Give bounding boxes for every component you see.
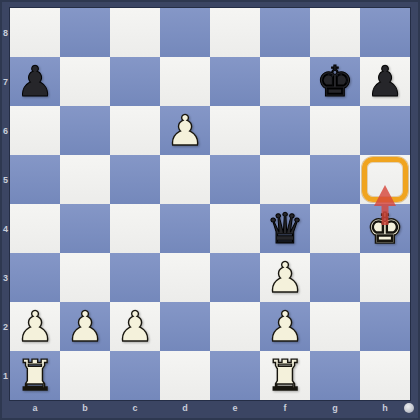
square-c4[interactable] xyxy=(110,204,160,253)
square-g2[interactable] xyxy=(310,302,360,351)
side-to-move-indicator xyxy=(404,403,414,413)
square-g8[interactable] xyxy=(310,8,360,57)
file-label-f: f xyxy=(260,400,310,416)
piece-wP-f3[interactable]: ♟ xyxy=(266,257,304,299)
square-e2[interactable] xyxy=(210,302,260,351)
rank-label-1: 1 xyxy=(0,351,11,400)
square-e4[interactable] xyxy=(210,204,260,253)
square-f2[interactable]: ♟ xyxy=(260,302,310,351)
square-d4[interactable] xyxy=(160,204,210,253)
square-h8[interactable] xyxy=(360,8,410,57)
square-b5[interactable] xyxy=(60,155,110,204)
square-b8[interactable] xyxy=(60,8,110,57)
file-label-h: h xyxy=(360,400,410,416)
square-c3[interactable] xyxy=(110,253,160,302)
piece-wP-d6[interactable]: ♟ xyxy=(166,110,204,152)
piece-bQ-f4[interactable]: ♛ xyxy=(266,208,304,250)
square-d5[interactable] xyxy=(160,155,210,204)
square-e5[interactable] xyxy=(210,155,260,204)
square-e3[interactable] xyxy=(210,253,260,302)
square-d1[interactable] xyxy=(160,351,210,400)
square-c1[interactable] xyxy=(110,351,160,400)
square-g7[interactable]: ♚ xyxy=(310,57,360,106)
square-g3[interactable] xyxy=(310,253,360,302)
square-h5[interactable] xyxy=(360,155,410,204)
square-e1[interactable] xyxy=(210,351,260,400)
rank-label-2: 2 xyxy=(0,302,11,351)
piece-bP-h7[interactable]: ♟ xyxy=(366,61,404,103)
square-d6[interactable]: ♟ xyxy=(160,106,210,155)
square-b7[interactable] xyxy=(60,57,110,106)
square-c8[interactable] xyxy=(110,8,160,57)
square-f1[interactable]: ♜ xyxy=(260,351,310,400)
square-f5[interactable] xyxy=(260,155,310,204)
file-label-e: e xyxy=(210,400,260,416)
square-b3[interactable] xyxy=(60,253,110,302)
piece-wK-h4[interactable]: ♚ xyxy=(366,208,404,250)
square-f3[interactable]: ♟ xyxy=(260,253,310,302)
square-b1[interactable] xyxy=(60,351,110,400)
square-h7[interactable]: ♟ xyxy=(360,57,410,106)
square-b4[interactable] xyxy=(60,204,110,253)
piece-wP-b2[interactable]: ♟ xyxy=(66,306,104,348)
rank-label-6: 6 xyxy=(0,106,11,155)
piece-wP-c2[interactable]: ♟ xyxy=(116,306,154,348)
square-d8[interactable] xyxy=(160,8,210,57)
square-h6[interactable] xyxy=(360,106,410,155)
piece-wR-a1[interactable]: ♜ xyxy=(16,355,54,397)
square-a8[interactable] xyxy=(10,8,60,57)
square-f6[interactable] xyxy=(260,106,310,155)
file-label-b: b xyxy=(60,400,110,416)
square-a1[interactable]: ♜ xyxy=(10,351,60,400)
board: ♟♚♟♟♛♚♟♟♟♟♟♜♜ xyxy=(10,8,410,400)
square-g5[interactable] xyxy=(310,155,360,204)
rank-label-7: 7 xyxy=(0,57,11,106)
square-h1[interactable] xyxy=(360,351,410,400)
square-a3[interactable] xyxy=(10,253,60,302)
square-e7[interactable] xyxy=(210,57,260,106)
file-label-c: c xyxy=(110,400,160,416)
square-a7[interactable]: ♟ xyxy=(10,57,60,106)
file-label-g: g xyxy=(310,400,360,416)
square-g1[interactable] xyxy=(310,351,360,400)
rank-label-3: 3 xyxy=(0,253,11,302)
file-label-d: d xyxy=(160,400,210,416)
square-a2[interactable]: ♟ xyxy=(10,302,60,351)
square-e6[interactable] xyxy=(210,106,260,155)
square-b6[interactable] xyxy=(60,106,110,155)
piece-wP-f2[interactable]: ♟ xyxy=(266,306,304,348)
piece-bP-a7[interactable]: ♟ xyxy=(16,61,54,103)
square-f4[interactable]: ♛ xyxy=(260,204,310,253)
square-h3[interactable] xyxy=(360,253,410,302)
rank-label-5: 5 xyxy=(0,155,11,204)
square-h4[interactable]: ♚ xyxy=(360,204,410,253)
square-e8[interactable] xyxy=(210,8,260,57)
square-a6[interactable] xyxy=(10,106,60,155)
square-f8[interactable] xyxy=(260,8,310,57)
square-a4[interactable] xyxy=(10,204,60,253)
rank-label-8: 8 xyxy=(0,8,11,57)
piece-wR-f1[interactable]: ♜ xyxy=(266,355,304,397)
square-c2[interactable]: ♟ xyxy=(110,302,160,351)
square-c5[interactable] xyxy=(110,155,160,204)
square-a5[interactable] xyxy=(10,155,60,204)
piece-wP-a2[interactable]: ♟ xyxy=(16,306,54,348)
chess-board-frame: ♟♚♟♟♛♚♟♟♟♟♟♜♜ 87654321 abcdefgh xyxy=(0,0,420,420)
square-f7[interactable] xyxy=(260,57,310,106)
rank-label-4: 4 xyxy=(0,204,11,253)
square-d3[interactable] xyxy=(160,253,210,302)
square-d7[interactable] xyxy=(160,57,210,106)
square-c7[interactable] xyxy=(110,57,160,106)
square-d2[interactable] xyxy=(160,302,210,351)
square-c6[interactable] xyxy=(110,106,160,155)
square-g4[interactable] xyxy=(310,204,360,253)
square-g6[interactable] xyxy=(310,106,360,155)
piece-bK-g7[interactable]: ♚ xyxy=(316,61,354,103)
square-b2[interactable]: ♟ xyxy=(60,302,110,351)
square-h2[interactable] xyxy=(360,302,410,351)
file-label-a: a xyxy=(10,400,60,416)
